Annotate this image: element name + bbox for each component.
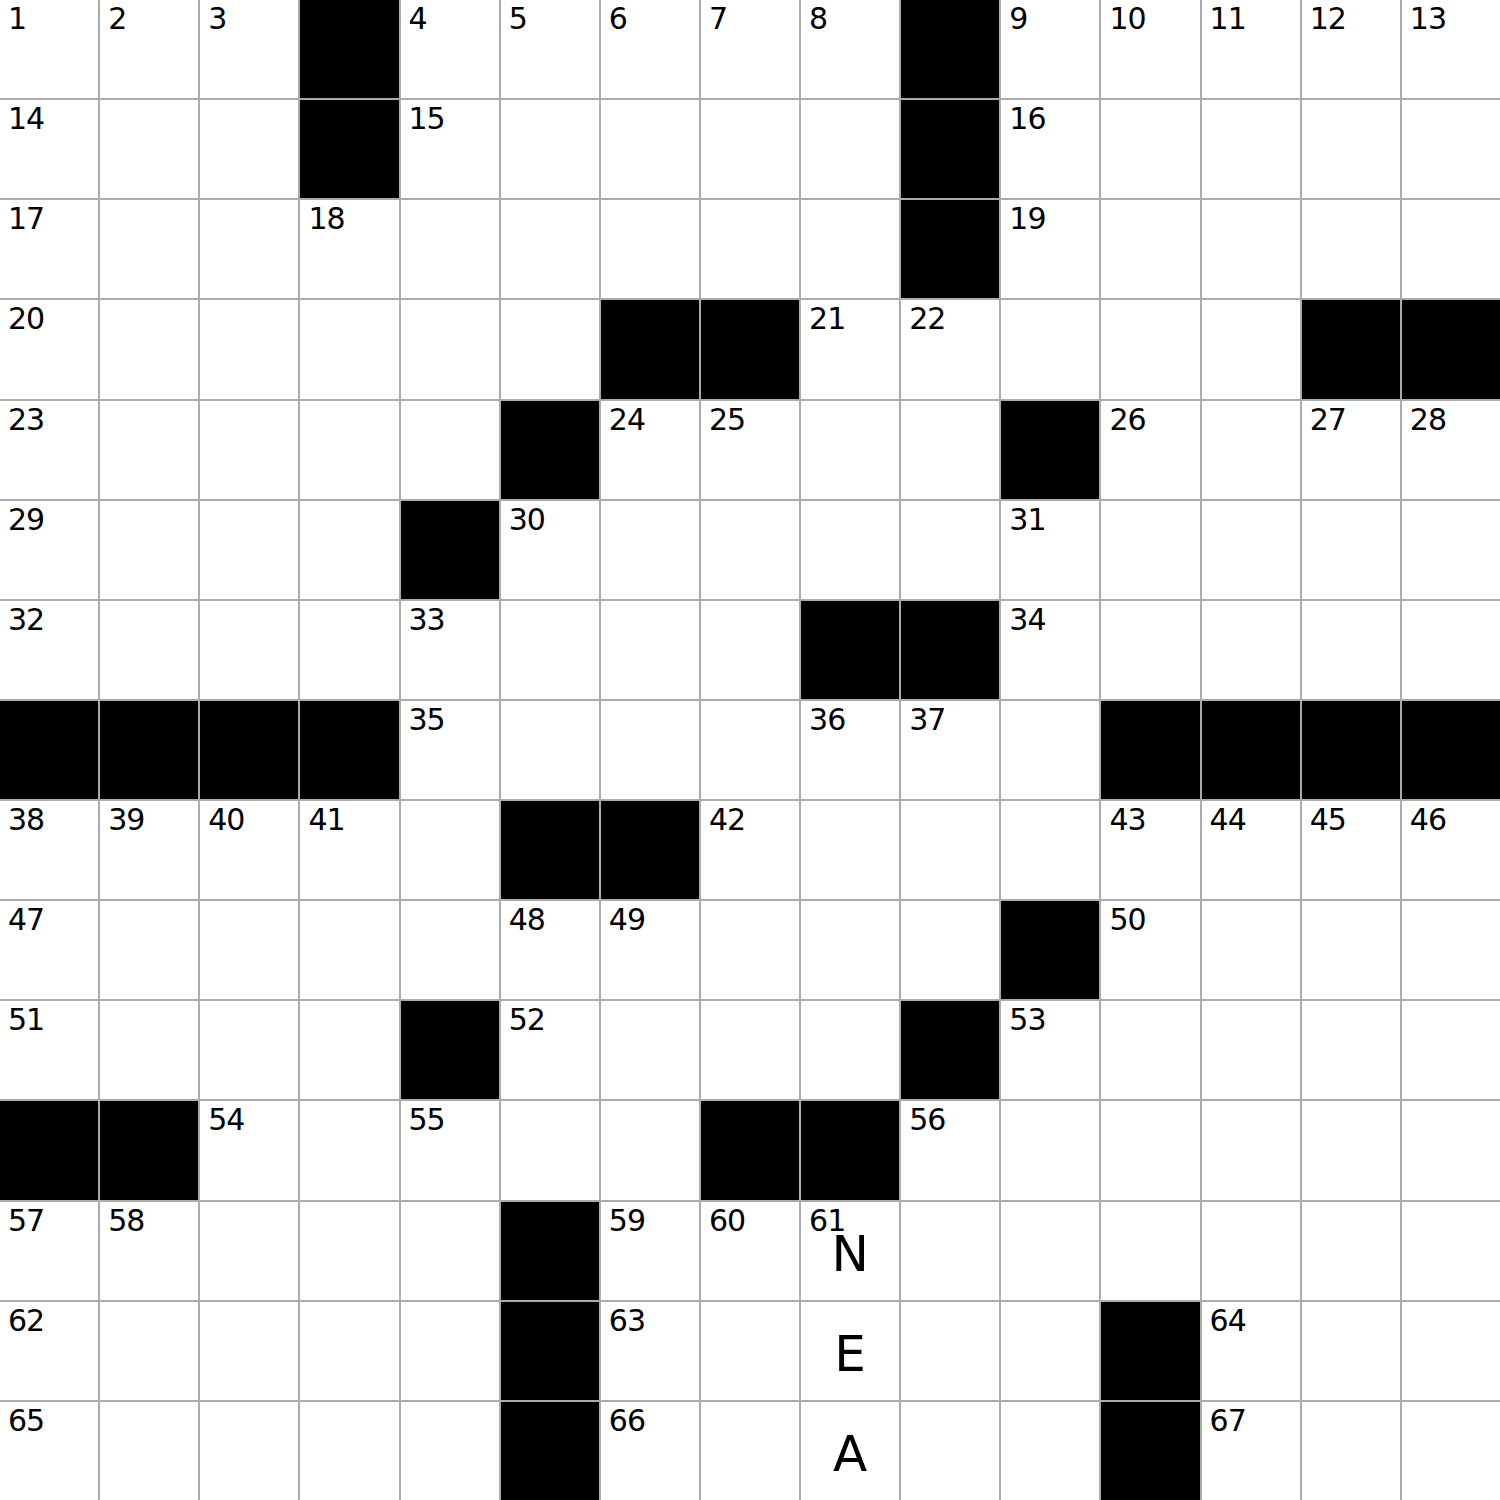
cell-r14c8[interactable]	[701, 1302, 799, 1400]
cell-r2c1[interactable]: 14	[0, 100, 98, 198]
cell-r3c15[interactable]	[1402, 200, 1500, 298]
black-cell-r8c15	[1402, 701, 1500, 799]
cell-r13c4[interactable]	[300, 1202, 398, 1300]
cell-r8c8[interactable]	[701, 701, 799, 799]
cell-r4c12[interactable]	[1101, 300, 1199, 398]
clue-number-36: 36	[809, 705, 845, 735]
cell-r5c3[interactable]	[200, 401, 298, 499]
cell-r6c10[interactable]	[901, 501, 999, 599]
clue-number-28: 28	[1410, 405, 1446, 435]
cell-r7c4[interactable]	[300, 601, 398, 699]
cell-r14c3[interactable]	[200, 1302, 298, 1400]
cell-r13c3[interactable]	[200, 1202, 298, 1300]
black-cell-r5c11	[1001, 401, 1099, 499]
black-cell-r1c4	[300, 0, 398, 98]
cell-r11c2[interactable]	[100, 1001, 198, 1099]
cell-r8c5[interactable]: 35	[401, 701, 499, 799]
clue-number-13: 13	[1410, 4, 1446, 34]
cell-r1c11[interactable]: 9	[1001, 0, 1099, 98]
cell-r11c1[interactable]: 51	[0, 1001, 98, 1099]
clue-number-3: 3	[208, 4, 226, 34]
cell-r3c1[interactable]: 17	[0, 200, 98, 298]
cell-r10c1[interactable]: 47	[0, 901, 98, 999]
black-cell-r10c11	[1001, 901, 1099, 999]
clue-number-62: 62	[8, 1306, 44, 1336]
cell-r1c15[interactable]: 13	[1402, 0, 1500, 98]
cell-r5c2[interactable]	[100, 401, 198, 499]
cell-r1c12[interactable]: 10	[1101, 0, 1199, 98]
cell-r10c13[interactable]	[1202, 901, 1300, 999]
clue-number-64: 64	[1210, 1306, 1246, 1336]
clue-number-16: 16	[1009, 104, 1045, 134]
filled-letter-r14c9: E	[834, 1323, 866, 1379]
cell-r5c15[interactable]: 28	[1402, 401, 1500, 499]
clue-number-54: 54	[208, 1105, 244, 1135]
clue-number-17: 17	[8, 204, 44, 234]
cell-r11c11[interactable]: 53	[1001, 1001, 1099, 1099]
cell-r4c9[interactable]: 21	[801, 300, 899, 398]
black-cell-r15c12	[1101, 1402, 1199, 1500]
cell-r2c14[interactable]	[1302, 100, 1400, 198]
cell-r5c12[interactable]: 26	[1101, 401, 1199, 499]
black-cell-r15c6	[501, 1402, 599, 1500]
cell-r4c11[interactable]	[1001, 300, 1099, 398]
black-cell-r5c6	[501, 401, 599, 499]
cell-r10c5[interactable]	[401, 901, 499, 999]
cell-r7c7[interactable]	[601, 601, 699, 699]
cell-r3c9[interactable]	[801, 200, 899, 298]
cell-r1c2[interactable]: 2	[100, 0, 198, 98]
cell-r12c4[interactable]	[300, 1101, 398, 1199]
black-cell-r3c10	[901, 200, 999, 298]
clue-number-38: 38	[8, 805, 44, 835]
cell-r9c3[interactable]: 40	[200, 801, 298, 899]
cell-r8c7[interactable]	[601, 701, 699, 799]
cell-r1c14[interactable]: 12	[1302, 0, 1400, 98]
cell-r3c13[interactable]	[1202, 200, 1300, 298]
cell-r1c13[interactable]: 11	[1202, 0, 1300, 98]
clue-number-30: 30	[509, 505, 545, 535]
black-cell-r8c13	[1202, 701, 1300, 799]
cell-r15c4[interactable]	[300, 1402, 398, 1500]
clue-number-51: 51	[8, 1005, 44, 1035]
clue-number-20: 20	[8, 304, 44, 334]
cell-r5c8[interactable]: 25	[701, 401, 799, 499]
clue-number-44: 44	[1210, 805, 1246, 835]
clue-number-9: 9	[1009, 4, 1027, 34]
cell-r13c9[interactable]: 61N	[801, 1202, 899, 1300]
clue-number-65: 65	[8, 1406, 44, 1436]
cell-r15c11[interactable]	[1001, 1402, 1099, 1500]
cell-r1c9[interactable]: 8	[801, 0, 899, 98]
clue-number-49: 49	[609, 905, 645, 935]
cell-r7c5[interactable]: 33	[401, 601, 499, 699]
cell-r14c2[interactable]	[100, 1302, 198, 1400]
cell-r5c7[interactable]: 24	[601, 401, 699, 499]
black-cell-r12c1	[0, 1101, 98, 1199]
cell-r11c14[interactable]	[1302, 1001, 1400, 1099]
cell-r7c13[interactable]	[1202, 601, 1300, 699]
clue-number-15: 15	[409, 104, 445, 134]
cell-r4c5[interactable]	[401, 300, 499, 398]
cell-r12c14[interactable]	[1302, 1101, 1400, 1199]
cell-r5c14[interactable]: 27	[1302, 401, 1400, 499]
cell-r9c13[interactable]: 44	[1202, 801, 1300, 899]
clue-number-45: 45	[1310, 805, 1346, 835]
cell-r12c15[interactable]	[1402, 1101, 1500, 1199]
cell-r3c6[interactable]	[501, 200, 599, 298]
cell-r12c12[interactable]	[1101, 1101, 1199, 1199]
clue-number-55: 55	[409, 1105, 445, 1135]
black-cell-r14c6	[501, 1302, 599, 1400]
cell-r15c9[interactable]: A	[801, 1402, 899, 1500]
black-cell-r6c5	[401, 501, 499, 599]
cell-r11c3[interactable]	[200, 1001, 298, 1099]
cell-r6c6[interactable]: 30	[501, 501, 599, 599]
cell-r10c6[interactable]: 48	[501, 901, 599, 999]
clue-number-29: 29	[8, 505, 44, 535]
cell-r9c8[interactable]: 42	[701, 801, 799, 899]
clue-number-40: 40	[208, 805, 244, 835]
cell-r10c12[interactable]: 50	[1101, 901, 1199, 999]
cell-r15c3[interactable]	[200, 1402, 298, 1500]
clue-number-43: 43	[1109, 805, 1145, 835]
cell-r13c14[interactable]	[1302, 1202, 1400, 1300]
black-cell-r8c2	[100, 701, 198, 799]
cell-r15c2[interactable]	[100, 1402, 198, 1500]
crossword-board: 1234567891011121314151617181920212223242…	[0, 0, 1500, 1500]
cell-r5c5[interactable]	[401, 401, 499, 499]
clue-number-57: 57	[8, 1206, 44, 1236]
cell-r10c7[interactable]: 49	[601, 901, 699, 999]
black-cell-r8c3	[200, 701, 298, 799]
black-cell-r4c8	[701, 300, 799, 398]
cell-r9c2[interactable]: 39	[100, 801, 198, 899]
cell-r2c12[interactable]	[1101, 100, 1199, 198]
cell-r9c9[interactable]	[801, 801, 899, 899]
cell-r5c4[interactable]	[300, 401, 398, 499]
cell-r15c15[interactable]	[1402, 1402, 1500, 1500]
cell-r11c7[interactable]	[601, 1001, 699, 1099]
cell-r15c7[interactable]: 66	[601, 1402, 699, 1500]
cell-r9c10[interactable]	[901, 801, 999, 899]
cell-r7c11[interactable]: 34	[1001, 601, 1099, 699]
cell-r11c4[interactable]	[300, 1001, 398, 1099]
clue-number-6: 6	[609, 4, 627, 34]
cell-r8c6[interactable]	[501, 701, 599, 799]
cell-r3c7[interactable]	[601, 200, 699, 298]
cell-r15c5[interactable]	[401, 1402, 499, 1500]
cell-r4c10[interactable]: 22	[901, 300, 999, 398]
cell-r15c10[interactable]	[901, 1402, 999, 1500]
clue-number-67: 67	[1210, 1406, 1246, 1436]
clue-number-5: 5	[509, 4, 527, 34]
cell-r12c13[interactable]	[1202, 1101, 1300, 1199]
clue-number-59: 59	[609, 1206, 645, 1236]
cell-r3c11[interactable]: 19	[1001, 200, 1099, 298]
clue-number-8: 8	[809, 4, 827, 34]
cell-r3c4[interactable]: 18	[300, 200, 398, 298]
cell-r2c5[interactable]: 15	[401, 100, 499, 198]
cell-r11c8[interactable]	[701, 1001, 799, 1099]
cell-r13c7[interactable]: 59	[601, 1202, 699, 1300]
cell-r10c3[interactable]	[200, 901, 298, 999]
cell-r14c15[interactable]	[1402, 1302, 1500, 1400]
cell-r13c5[interactable]	[401, 1202, 499, 1300]
cell-r1c1[interactable]: 1	[0, 0, 98, 98]
clue-number-11: 11	[1210, 4, 1246, 34]
black-cell-r2c4	[300, 100, 398, 198]
cell-r14c13[interactable]: 64	[1202, 1302, 1300, 1400]
cell-r9c4[interactable]: 41	[300, 801, 398, 899]
clue-number-58: 58	[108, 1206, 144, 1236]
cell-r12c5[interactable]: 55	[401, 1101, 499, 1199]
cell-r13c11[interactable]	[1001, 1202, 1099, 1300]
cell-r2c3[interactable]	[200, 100, 298, 198]
black-cell-r1c10	[901, 0, 999, 98]
cell-r13c15[interactable]	[1402, 1202, 1500, 1300]
cell-r12c7[interactable]	[601, 1101, 699, 1199]
cell-r1c5[interactable]: 4	[401, 0, 499, 98]
clue-number-19: 19	[1009, 204, 1045, 234]
clue-number-39: 39	[108, 805, 144, 835]
cell-r6c3[interactable]	[200, 501, 298, 599]
cell-r12c10[interactable]: 56	[901, 1101, 999, 1199]
cell-r5c1[interactable]: 23	[0, 401, 98, 499]
cell-r14c1[interactable]: 62	[0, 1302, 98, 1400]
cell-r5c9[interactable]	[801, 401, 899, 499]
cell-r6c14[interactable]	[1302, 501, 1400, 599]
cell-r9c1[interactable]: 38	[0, 801, 98, 899]
cell-r6c15[interactable]	[1402, 501, 1500, 599]
cell-r7c3[interactable]	[200, 601, 298, 699]
cell-r10c14[interactable]	[1302, 901, 1400, 999]
cell-r6c11[interactable]: 31	[1001, 501, 1099, 599]
clue-number-35: 35	[409, 705, 445, 735]
black-cell-r8c4	[300, 701, 398, 799]
cell-r7c6[interactable]	[501, 601, 599, 699]
cell-r3c12[interactable]	[1101, 200, 1199, 298]
cell-r5c13[interactable]	[1202, 401, 1300, 499]
cell-r4c4[interactable]	[300, 300, 398, 398]
black-cell-r14c12	[1101, 1302, 1199, 1400]
cell-r11c6[interactable]: 52	[501, 1001, 599, 1099]
black-cell-r7c10	[901, 601, 999, 699]
black-cell-r9c7	[601, 801, 699, 899]
cell-r9c5[interactable]	[401, 801, 499, 899]
cell-r15c8[interactable]	[701, 1402, 799, 1500]
cell-r6c12[interactable]	[1101, 501, 1199, 599]
cell-r13c8[interactable]: 60	[701, 1202, 799, 1300]
cell-r8c11[interactable]	[1001, 701, 1099, 799]
black-cell-r11c10	[901, 1001, 999, 1099]
clue-number-42: 42	[709, 805, 745, 835]
cell-r14c14[interactable]	[1302, 1302, 1400, 1400]
clue-number-37: 37	[909, 705, 945, 735]
cell-r13c2[interactable]: 58	[100, 1202, 198, 1300]
cell-r1c7[interactable]: 6	[601, 0, 699, 98]
cell-r1c6[interactable]: 5	[501, 0, 599, 98]
clue-number-12: 12	[1310, 4, 1346, 34]
clue-number-60: 60	[709, 1206, 745, 1236]
cell-r13c10[interactable]	[901, 1202, 999, 1300]
cell-r4c13[interactable]	[1202, 300, 1300, 398]
black-cell-r12c8	[701, 1101, 799, 1199]
filled-letter-r15c9: A	[833, 1423, 867, 1479]
cell-r3c5[interactable]	[401, 200, 499, 298]
cell-r10c15[interactable]	[1402, 901, 1500, 999]
clue-number-27: 27	[1310, 405, 1346, 435]
clue-number-50: 50	[1109, 905, 1145, 935]
cell-r15c13[interactable]: 67	[1202, 1402, 1300, 1500]
cell-r15c14[interactable]	[1302, 1402, 1400, 1500]
black-cell-r13c6	[501, 1202, 599, 1300]
cell-r14c5[interactable]	[401, 1302, 499, 1400]
cell-r3c3[interactable]	[200, 200, 298, 298]
cell-r4c1[interactable]: 20	[0, 300, 98, 398]
cell-r12c11[interactable]	[1001, 1101, 1099, 1199]
cell-r6c8[interactable]	[701, 501, 799, 599]
clue-number-56: 56	[909, 1105, 945, 1135]
cell-r2c11[interactable]: 16	[1001, 100, 1099, 198]
black-cell-r8c1	[0, 701, 98, 799]
clue-number-33: 33	[409, 605, 445, 635]
clue-number-22: 22	[909, 304, 945, 334]
cell-r12c3[interactable]: 54	[200, 1101, 298, 1199]
clue-number-23: 23	[8, 405, 44, 435]
clue-number-18: 18	[308, 204, 344, 234]
cell-r12c6[interactable]	[501, 1101, 599, 1199]
cell-r9c11[interactable]	[1001, 801, 1099, 899]
black-cell-r8c14	[1302, 701, 1400, 799]
cell-r10c4[interactable]	[300, 901, 398, 999]
cell-r3c14[interactable]	[1302, 200, 1400, 298]
cell-r2c2[interactable]	[100, 100, 198, 198]
cell-r6c2[interactable]	[100, 501, 198, 599]
cell-r14c4[interactable]	[300, 1302, 398, 1400]
cell-r6c9[interactable]	[801, 501, 899, 599]
cell-r11c9[interactable]	[801, 1001, 899, 1099]
black-cell-r9c6	[501, 801, 599, 899]
cell-r11c12[interactable]	[1101, 1001, 1199, 1099]
clue-number-4: 4	[409, 4, 427, 34]
cell-r14c10[interactable]	[901, 1302, 999, 1400]
cell-r9c15[interactable]: 46	[1402, 801, 1500, 899]
cell-r14c7[interactable]: 63	[601, 1302, 699, 1400]
cell-r9c14[interactable]: 45	[1302, 801, 1400, 899]
cell-r11c13[interactable]	[1202, 1001, 1300, 1099]
cell-r10c2[interactable]	[100, 901, 198, 999]
clue-number-31: 31	[1009, 505, 1045, 535]
clue-number-61: 61	[809, 1206, 845, 1236]
clue-number-14: 14	[8, 104, 44, 134]
clue-number-24: 24	[609, 405, 645, 435]
cell-r14c9[interactable]: E	[801, 1302, 899, 1400]
cell-r3c2[interactable]	[100, 200, 198, 298]
black-cell-r2c10	[901, 100, 999, 198]
cell-r14c11[interactable]	[1001, 1302, 1099, 1400]
clue-number-7: 7	[709, 4, 727, 34]
cell-r4c3[interactable]	[200, 300, 298, 398]
cell-r1c3[interactable]: 3	[200, 0, 298, 98]
clue-number-48: 48	[509, 905, 545, 935]
clue-number-32: 32	[8, 605, 44, 635]
cell-r6c4[interactable]	[300, 501, 398, 599]
clue-number-26: 26	[1109, 405, 1145, 435]
cell-r10c10[interactable]	[901, 901, 999, 999]
cell-r13c12[interactable]	[1101, 1202, 1199, 1300]
black-cell-r11c5	[401, 1001, 499, 1099]
cell-r8c9[interactable]: 36	[801, 701, 899, 799]
cell-r15c1[interactable]: 65	[0, 1402, 98, 1500]
cell-r8c10[interactable]: 37	[901, 701, 999, 799]
cell-r3c8[interactable]	[701, 200, 799, 298]
cell-r2c8[interactable]	[701, 100, 799, 198]
clue-number-66: 66	[609, 1406, 645, 1436]
cell-r6c1[interactable]: 29	[0, 501, 98, 599]
cell-r4c6[interactable]	[501, 300, 599, 398]
cell-r2c9[interactable]	[801, 100, 899, 198]
cell-r10c8[interactable]	[701, 901, 799, 999]
clue-number-41: 41	[308, 805, 344, 835]
cell-r13c1[interactable]: 57	[0, 1202, 98, 1300]
clue-number-46: 46	[1410, 805, 1446, 835]
clue-number-10: 10	[1109, 4, 1145, 34]
clue-number-1: 1	[8, 4, 26, 34]
cell-r2c6[interactable]	[501, 100, 599, 198]
clue-number-21: 21	[809, 304, 845, 334]
clue-number-25: 25	[709, 405, 745, 435]
cell-r7c8[interactable]	[701, 601, 799, 699]
clue-number-63: 63	[609, 1306, 645, 1336]
cell-r7c1[interactable]: 32	[0, 601, 98, 699]
cell-r13c13[interactable]	[1202, 1202, 1300, 1300]
cell-r9c12[interactable]: 43	[1101, 801, 1199, 899]
black-cell-r4c14	[1302, 300, 1400, 398]
clue-number-2: 2	[108, 4, 126, 34]
cell-r2c7[interactable]	[601, 100, 699, 198]
cell-r7c15[interactable]	[1402, 601, 1500, 699]
cell-r10c9[interactable]	[801, 901, 899, 999]
cell-r5c10[interactable]	[901, 401, 999, 499]
black-cell-r7c9	[801, 601, 899, 699]
black-cell-r4c7	[601, 300, 699, 398]
cell-r7c14[interactable]	[1302, 601, 1400, 699]
cell-r2c13[interactable]	[1202, 100, 1300, 198]
clue-number-34: 34	[1009, 605, 1045, 635]
cell-r7c2[interactable]	[100, 601, 198, 699]
cell-r11c15[interactable]	[1402, 1001, 1500, 1099]
cell-r7c12[interactable]	[1101, 601, 1199, 699]
clue-number-47: 47	[8, 905, 44, 935]
cell-r6c7[interactable]	[601, 501, 699, 599]
black-cell-r12c2	[100, 1101, 198, 1199]
cell-r6c13[interactable]	[1202, 501, 1300, 599]
cell-r4c2[interactable]	[100, 300, 198, 398]
black-cell-r12c9	[801, 1101, 899, 1199]
clue-number-52: 52	[509, 1005, 545, 1035]
cell-r2c15[interactable]	[1402, 100, 1500, 198]
cell-r1c8[interactable]: 7	[701, 0, 799, 98]
black-cell-r4c15	[1402, 300, 1500, 398]
clue-number-53: 53	[1009, 1005, 1045, 1035]
black-cell-r8c12	[1101, 701, 1199, 799]
